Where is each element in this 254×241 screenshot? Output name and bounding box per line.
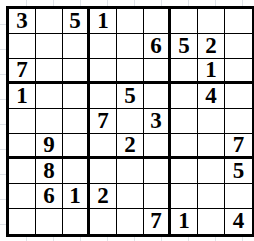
cell-r2c6[interactable]: 6 <box>144 34 171 59</box>
cell-r4c1[interactable]: 1 <box>9 84 36 109</box>
cell-r9c6[interactable]: 7 <box>144 209 171 234</box>
cell-digit: 8 <box>43 159 55 182</box>
sudoku-board: 351652711547392785612714 <box>6 6 254 237</box>
cell-r5c7[interactable] <box>171 109 198 134</box>
cell-r6c5[interactable]: 2 <box>117 134 144 159</box>
sudoku-page: 351652711547392785612714 <box>0 0 254 241</box>
cell-r3c7[interactable] <box>171 59 198 84</box>
cell-r9c4[interactable] <box>90 209 117 234</box>
cell-digit: 5 <box>233 159 245 182</box>
cell-r2c2[interactable] <box>36 34 63 59</box>
cell-digit: 7 <box>16 58 28 81</box>
cell-digit: 7 <box>233 133 245 156</box>
cell-r8c4[interactable]: 2 <box>90 184 117 209</box>
cell-r9c1[interactable] <box>9 209 36 234</box>
cell-digit: 6 <box>43 184 55 207</box>
cell-r3c3[interactable] <box>63 59 90 84</box>
cell-digit: 1 <box>205 58 217 81</box>
cell-r7c1[interactable] <box>9 159 36 184</box>
cell-r5c8[interactable] <box>198 109 225 134</box>
cell-r6c6[interactable] <box>144 134 171 159</box>
cell-r3c4[interactable] <box>90 59 117 84</box>
cell-r8c2[interactable]: 6 <box>36 184 63 209</box>
cell-r3c8[interactable]: 1 <box>198 59 225 84</box>
cell-r6c3[interactable] <box>63 134 90 159</box>
cell-r4c5[interactable]: 5 <box>117 84 144 109</box>
cell-r8c5[interactable] <box>117 184 144 209</box>
cell-r6c7[interactable] <box>171 134 198 159</box>
cell-r1c2[interactable] <box>36 9 63 34</box>
cell-r9c2[interactable] <box>36 209 63 234</box>
cell-r1c6[interactable] <box>144 9 171 34</box>
cell-r8c6[interactable] <box>144 184 171 209</box>
cell-digit: 1 <box>69 184 81 207</box>
cell-r4c4[interactable] <box>90 84 117 109</box>
cell-r5c9[interactable] <box>225 109 252 134</box>
cell-digit: 5 <box>178 34 190 57</box>
cell-digit: 4 <box>205 84 217 107</box>
cell-r9c5[interactable] <box>117 209 144 234</box>
cell-r4c9[interactable] <box>225 84 252 109</box>
cell-digit: 3 <box>16 9 28 32</box>
cell-r3c6[interactable] <box>144 59 171 84</box>
cell-r1c7[interactable] <box>171 9 198 34</box>
cell-r8c7[interactable] <box>171 184 198 209</box>
cell-r1c9[interactable] <box>225 9 252 34</box>
cell-r8c8[interactable] <box>198 184 225 209</box>
cell-digit: 7 <box>97 109 109 132</box>
cell-digit: 1 <box>178 209 190 232</box>
cell-r3c1[interactable]: 7 <box>9 59 36 84</box>
cell-digit: 2 <box>97 184 109 207</box>
cell-r2c8[interactable]: 2 <box>198 34 225 59</box>
cell-r7c7[interactable] <box>171 159 198 184</box>
cell-r4c3[interactable] <box>63 84 90 109</box>
cell-digit: 5 <box>124 84 136 107</box>
cell-r1c3[interactable]: 5 <box>63 9 90 34</box>
cell-r6c9[interactable]: 7 <box>225 134 252 159</box>
cell-r2c7[interactable]: 5 <box>171 34 198 59</box>
cell-r4c2[interactable] <box>36 84 63 109</box>
cell-r6c1[interactable] <box>9 134 36 159</box>
cell-r6c2[interactable]: 9 <box>36 134 63 159</box>
cell-digit: 2 <box>205 34 217 57</box>
cell-r5c6[interactable]: 3 <box>144 109 171 134</box>
cell-r7c4[interactable] <box>90 159 117 184</box>
cell-r7c2[interactable]: 8 <box>36 159 63 184</box>
cell-r7c3[interactable] <box>63 159 90 184</box>
cell-r3c5[interactable] <box>117 59 144 84</box>
cell-digit: 4 <box>233 209 245 232</box>
cell-digit: 6 <box>150 34 162 57</box>
cell-r9c7[interactable]: 1 <box>171 209 198 234</box>
cell-digit: 1 <box>16 84 28 107</box>
cell-r5c4[interactable]: 7 <box>90 109 117 134</box>
cell-r1c8[interactable] <box>198 9 225 34</box>
cell-r7c5[interactable] <box>117 159 144 184</box>
cell-r3c9[interactable] <box>225 59 252 84</box>
cell-digit: 1 <box>97 9 109 32</box>
cell-digit: 9 <box>43 133 55 156</box>
cell-r4c7[interactable] <box>171 84 198 109</box>
cell-r2c5[interactable] <box>117 34 144 59</box>
cell-r7c9[interactable]: 5 <box>225 159 252 184</box>
cell-r6c4[interactable] <box>90 134 117 159</box>
cell-r2c3[interactable] <box>63 34 90 59</box>
cell-digit: 3 <box>150 109 162 132</box>
cell-r7c6[interactable] <box>144 159 171 184</box>
cell-r5c5[interactable] <box>117 109 144 134</box>
cell-r9c3[interactable] <box>63 209 90 234</box>
cell-r5c3[interactable] <box>63 109 90 134</box>
cell-r1c4[interactable]: 1 <box>90 9 117 34</box>
cell-digit: 7 <box>150 209 162 232</box>
cell-r9c9[interactable]: 4 <box>225 209 252 234</box>
cell-r1c5[interactable] <box>117 9 144 34</box>
cell-r2c1[interactable] <box>9 34 36 59</box>
cell-r4c6[interactable] <box>144 84 171 109</box>
cell-r5c2[interactable] <box>36 109 63 134</box>
cell-r1c1[interactable]: 3 <box>9 9 36 34</box>
cell-r2c4[interactable] <box>90 34 117 59</box>
cell-r8c9[interactable] <box>225 184 252 209</box>
cell-r2c9[interactable] <box>225 34 252 59</box>
cell-digit: 5 <box>69 9 81 32</box>
cell-r8c3[interactable]: 1 <box>63 184 90 209</box>
cell-digit: 2 <box>124 133 136 156</box>
cell-r9c8[interactable] <box>198 209 225 234</box>
cell-r5c1[interactable] <box>9 109 36 134</box>
cell-r3c2[interactable] <box>36 59 63 84</box>
cell-r7c8[interactable] <box>198 159 225 184</box>
cell-r6c8[interactable] <box>198 134 225 159</box>
cell-r8c1[interactable] <box>9 184 36 209</box>
cell-r4c8[interactable]: 4 <box>198 84 225 109</box>
